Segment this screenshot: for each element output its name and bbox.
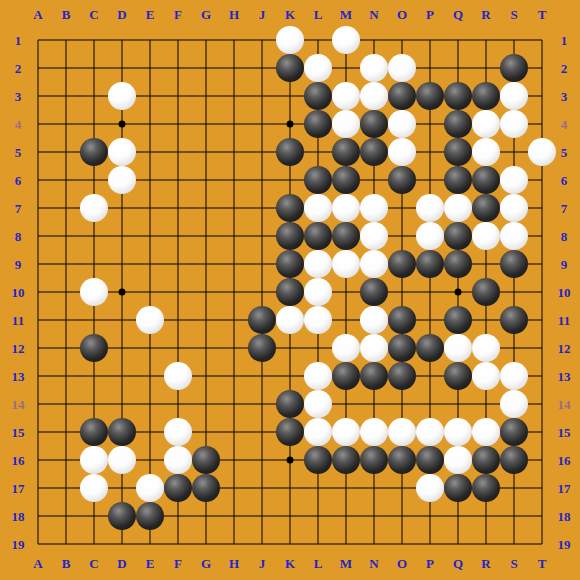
white-stone-S7[interactable] — [500, 194, 528, 222]
black-stone-Q6[interactable] — [444, 166, 472, 194]
white-stone-T5[interactable] — [528, 138, 556, 166]
row-label-right-12: 12 — [558, 342, 571, 355]
col-label-top-S: S — [510, 8, 517, 21]
black-stone-C12[interactable] — [80, 334, 108, 362]
row-label-right-2: 2 — [561, 62, 568, 75]
row-label-right-10: 10 — [558, 286, 571, 299]
black-stone-R3[interactable] — [472, 82, 500, 110]
col-label-bottom-O: O — [397, 557, 407, 570]
black-stone-K9[interactable] — [276, 250, 304, 278]
white-stone-E11[interactable] — [136, 306, 164, 334]
col-label-bottom-C: C — [89, 557, 98, 570]
white-stone-Q16[interactable] — [444, 446, 472, 474]
row-label-right-8: 8 — [561, 230, 568, 243]
white-stone-C17[interactable] — [80, 474, 108, 502]
white-stone-M4[interactable] — [332, 110, 360, 138]
col-label-top-E: E — [146, 8, 155, 21]
black-stone-Q5[interactable] — [444, 138, 472, 166]
row-label-right-14: 14 — [558, 398, 571, 411]
white-stone-E17[interactable] — [136, 474, 164, 502]
white-stone-D3[interactable] — [108, 82, 136, 110]
col-label-bottom-N: N — [369, 557, 378, 570]
col-label-top-P: P — [426, 8, 434, 21]
white-stone-L2[interactable] — [304, 54, 332, 82]
black-stone-Q8[interactable] — [444, 222, 472, 250]
black-stone-R6[interactable] — [472, 166, 500, 194]
star-point-D4 — [119, 121, 126, 128]
black-stone-K2[interactable] — [276, 54, 304, 82]
black-stone-S16[interactable] — [500, 446, 528, 474]
black-stone-R17[interactable] — [472, 474, 500, 502]
black-stone-O6[interactable] — [388, 166, 416, 194]
col-label-top-J: J — [259, 8, 266, 21]
white-stone-L11[interactable] — [304, 306, 332, 334]
black-stone-C5[interactable] — [80, 138, 108, 166]
col-label-bottom-M: M — [340, 557, 352, 570]
black-stone-D15[interactable] — [108, 418, 136, 446]
white-stone-D16[interactable] — [108, 446, 136, 474]
white-stone-M12[interactable] — [332, 334, 360, 362]
col-label-bottom-T: T — [538, 557, 547, 570]
col-label-top-R: R — [481, 8, 490, 21]
col-label-top-Q: Q — [453, 8, 463, 21]
col-label-bottom-E: E — [146, 557, 155, 570]
black-stone-K8[interactable] — [276, 222, 304, 250]
white-stone-N7[interactable] — [360, 194, 388, 222]
row-label-right-11: 11 — [558, 314, 570, 327]
row-label-left-9: 9 — [15, 258, 22, 271]
row-label-right-5: 5 — [561, 146, 568, 159]
star-point-Q10 — [455, 289, 462, 296]
col-label-top-C: C — [89, 8, 98, 21]
black-stone-L8[interactable] — [304, 222, 332, 250]
go-board: AABBCCDDEEFFGGHHJJKKLLMMNNOOPPQQRRSSTT11… — [0, 0, 580, 580]
row-label-left-17: 17 — [12, 482, 25, 495]
row-label-right-16: 16 — [558, 454, 571, 467]
black-stone-S11[interactable] — [500, 306, 528, 334]
white-stone-N8[interactable] — [360, 222, 388, 250]
white-stone-L9[interactable] — [304, 250, 332, 278]
row-label-left-11: 11 — [12, 314, 24, 327]
white-stone-P8[interactable] — [416, 222, 444, 250]
white-stone-S13[interactable] — [500, 362, 528, 390]
col-label-bottom-S: S — [510, 557, 517, 570]
row-label-left-4: 4 — [15, 118, 22, 131]
row-label-left-19: 19 — [12, 538, 25, 551]
black-stone-R16[interactable] — [472, 446, 500, 474]
col-label-bottom-A: A — [33, 557, 42, 570]
black-stone-J12[interactable] — [248, 334, 276, 362]
row-label-left-14: 14 — [12, 398, 25, 411]
black-stone-O9[interactable] — [388, 250, 416, 278]
row-label-left-18: 18 — [12, 510, 25, 523]
white-stone-P7[interactable] — [416, 194, 444, 222]
white-stone-S4[interactable] — [500, 110, 528, 138]
black-stone-N5[interactable] — [360, 138, 388, 166]
black-stone-M13[interactable] — [332, 362, 360, 390]
white-stone-D5[interactable] — [108, 138, 136, 166]
white-stone-R13[interactable] — [472, 362, 500, 390]
row-label-left-7: 7 — [15, 202, 22, 215]
black-stone-G17[interactable] — [192, 474, 220, 502]
col-label-bottom-G: G — [201, 557, 211, 570]
white-stone-M9[interactable] — [332, 250, 360, 278]
col-label-top-K: K — [285, 8, 295, 21]
black-stone-P9[interactable] — [416, 250, 444, 278]
col-label-top-M: M — [340, 8, 352, 21]
white-stone-F16[interactable] — [164, 446, 192, 474]
row-label-left-3: 3 — [15, 90, 22, 103]
star-point-K16 — [287, 457, 294, 464]
white-stone-C7[interactable] — [80, 194, 108, 222]
black-stone-K5[interactable] — [276, 138, 304, 166]
white-stone-L13[interactable] — [304, 362, 332, 390]
col-label-top-N: N — [369, 8, 378, 21]
white-stone-C16[interactable] — [80, 446, 108, 474]
col-label-top-L: L — [314, 8, 323, 21]
white-stone-M15[interactable] — [332, 418, 360, 446]
white-stone-O5[interactable] — [388, 138, 416, 166]
row-label-right-19: 19 — [558, 538, 571, 551]
black-stone-J11[interactable] — [248, 306, 276, 334]
black-stone-K10[interactable] — [276, 278, 304, 306]
row-label-right-9: 9 — [561, 258, 568, 271]
black-stone-S9[interactable] — [500, 250, 528, 278]
white-stone-O2[interactable] — [388, 54, 416, 82]
black-stone-L4[interactable] — [304, 110, 332, 138]
black-stone-M8[interactable] — [332, 222, 360, 250]
white-stone-S14[interactable] — [500, 390, 528, 418]
row-label-right-4: 4 — [561, 118, 568, 131]
row-label-right-1: 1 — [561, 34, 568, 47]
col-label-top-A: A — [33, 8, 42, 21]
black-stone-M6[interactable] — [332, 166, 360, 194]
white-stone-L14[interactable] — [304, 390, 332, 418]
star-point-D10 — [119, 289, 126, 296]
white-stone-R5[interactable] — [472, 138, 500, 166]
col-label-bottom-Q: Q — [453, 557, 463, 570]
white-stone-M7[interactable] — [332, 194, 360, 222]
white-stone-N11[interactable] — [360, 306, 388, 334]
col-label-bottom-B: B — [62, 557, 71, 570]
white-stone-N15[interactable] — [360, 418, 388, 446]
black-stone-Q9[interactable] — [444, 250, 472, 278]
white-stone-S8[interactable] — [500, 222, 528, 250]
col-label-bottom-L: L — [314, 557, 323, 570]
star-point-K4 — [287, 121, 294, 128]
white-stone-S6[interactable] — [500, 166, 528, 194]
black-stone-K15[interactable] — [276, 418, 304, 446]
black-stone-O3[interactable] — [388, 82, 416, 110]
black-stone-N10[interactable] — [360, 278, 388, 306]
row-label-right-13: 13 — [558, 370, 571, 383]
row-label-right-15: 15 — [558, 426, 571, 439]
col-label-bottom-R: R — [481, 557, 490, 570]
row-label-right-6: 6 — [561, 174, 568, 187]
black-stone-P3[interactable] — [416, 82, 444, 110]
black-stone-F17[interactable] — [164, 474, 192, 502]
black-stone-P12[interactable] — [416, 334, 444, 362]
black-stone-C15[interactable] — [80, 418, 108, 446]
row-label-left-5: 5 — [15, 146, 22, 159]
black-stone-S2[interactable] — [500, 54, 528, 82]
row-label-left-1: 1 — [15, 34, 22, 47]
white-stone-O15[interactable] — [388, 418, 416, 446]
white-stone-K1[interactable] — [276, 26, 304, 54]
black-stone-D18[interactable] — [108, 502, 136, 530]
white-stone-R4[interactable] — [472, 110, 500, 138]
black-stone-N13[interactable] — [360, 362, 388, 390]
col-label-bottom-J: J — [259, 557, 266, 570]
row-label-left-15: 15 — [12, 426, 25, 439]
black-stone-G16[interactable] — [192, 446, 220, 474]
black-stone-L6[interactable] — [304, 166, 332, 194]
col-label-top-G: G — [201, 8, 211, 21]
black-stone-O13[interactable] — [388, 362, 416, 390]
col-label-top-T: T — [538, 8, 547, 21]
white-stone-N9[interactable] — [360, 250, 388, 278]
col-label-bottom-K: K — [285, 557, 295, 570]
col-label-bottom-H: H — [229, 557, 239, 570]
white-stone-L15[interactable] — [304, 418, 332, 446]
col-label-bottom-P: P — [426, 557, 434, 570]
row-label-left-6: 6 — [15, 174, 22, 187]
black-stone-Q13[interactable] — [444, 362, 472, 390]
white-stone-L10[interactable] — [304, 278, 332, 306]
white-stone-M3[interactable] — [332, 82, 360, 110]
row-label-right-17: 17 — [558, 482, 571, 495]
col-label-top-H: H — [229, 8, 239, 21]
col-label-top-B: B — [62, 8, 71, 21]
black-stone-K14[interactable] — [276, 390, 304, 418]
white-stone-O4[interactable] — [388, 110, 416, 138]
row-label-left-12: 12 — [12, 342, 25, 355]
white-stone-K11[interactable] — [276, 306, 304, 334]
white-stone-R15[interactable] — [472, 418, 500, 446]
white-stone-N12[interactable] — [360, 334, 388, 362]
col-label-top-D: D — [117, 8, 126, 21]
white-stone-M1[interactable] — [332, 26, 360, 54]
black-stone-R7[interactable] — [472, 194, 500, 222]
row-label-right-18: 18 — [558, 510, 571, 523]
black-stone-Q3[interactable] — [444, 82, 472, 110]
white-stone-R8[interactable] — [472, 222, 500, 250]
row-label-left-13: 13 — [12, 370, 25, 383]
black-stone-O12[interactable] — [388, 334, 416, 362]
black-stone-O11[interactable] — [388, 306, 416, 334]
white-stone-Q12[interactable] — [444, 334, 472, 362]
white-stone-Q7[interactable] — [444, 194, 472, 222]
white-stone-D6[interactable] — [108, 166, 136, 194]
black-stone-P16[interactable] — [416, 446, 444, 474]
white-stone-Q15[interactable] — [444, 418, 472, 446]
col-label-top-O: O — [397, 8, 407, 21]
row-label-left-10: 10 — [12, 286, 25, 299]
row-label-left-8: 8 — [15, 230, 22, 243]
white-stone-R12[interactable] — [472, 334, 500, 362]
white-stone-C10[interactable] — [80, 278, 108, 306]
col-label-bottom-F: F — [174, 557, 182, 570]
white-stone-P17[interactable] — [416, 474, 444, 502]
black-stone-E18[interactable] — [136, 502, 164, 530]
black-stone-K7[interactable] — [276, 194, 304, 222]
black-stone-L3[interactable] — [304, 82, 332, 110]
white-stone-N3[interactable] — [360, 82, 388, 110]
row-label-right-3: 3 — [561, 90, 568, 103]
col-label-top-F: F — [174, 8, 182, 21]
col-label-bottom-D: D — [117, 557, 126, 570]
row-label-right-7: 7 — [561, 202, 568, 215]
row-label-left-16: 16 — [12, 454, 25, 467]
black-stone-M5[interactable] — [332, 138, 360, 166]
black-stone-Q11[interactable] — [444, 306, 472, 334]
black-stone-O16[interactable] — [388, 446, 416, 474]
black-stone-R10[interactable] — [472, 278, 500, 306]
black-stone-Q4[interactable] — [444, 110, 472, 138]
black-stone-L16[interactable] — [304, 446, 332, 474]
black-stone-N16[interactable] — [360, 446, 388, 474]
white-stone-F15[interactable] — [164, 418, 192, 446]
black-stone-M16[interactable] — [332, 446, 360, 474]
black-stone-S15[interactable] — [500, 418, 528, 446]
black-stone-Q17[interactable] — [444, 474, 472, 502]
white-stone-S3[interactable] — [500, 82, 528, 110]
black-stone-N4[interactable] — [360, 110, 388, 138]
row-label-left-2: 2 — [15, 62, 22, 75]
white-stone-P15[interactable] — [416, 418, 444, 446]
white-stone-N2[interactable] — [360, 54, 388, 82]
white-stone-L7[interactable] — [304, 194, 332, 222]
white-stone-F13[interactable] — [164, 362, 192, 390]
